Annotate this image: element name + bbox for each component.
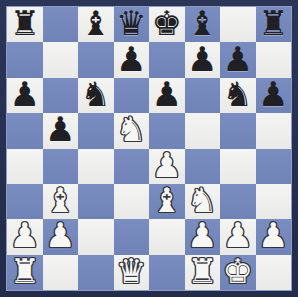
square-h4[interactable] [256,149,292,184]
square-g8[interactable] [220,7,256,42]
square-g6[interactable]: ♞ [220,78,256,113]
square-a1[interactable]: ♜ [7,255,43,290]
white-queen[interactable]: ♛ [116,255,146,289]
square-a3[interactable] [7,184,43,219]
white-pawn[interactable]: ♟ [258,219,288,253]
square-b5[interactable]: ♟ [43,113,79,148]
chess-board-frame: ♜♝♛♚♝♜♟♟♟♟♞♟♞♟♟♞♟♝♝♞♟♟♟♟♟♜♛♜♚ [0,0,298,297]
square-e5[interactable] [149,113,185,148]
black-pawn[interactable]: ♟ [223,42,253,76]
square-c3[interactable] [78,184,114,219]
square-c8[interactable]: ♝ [78,7,114,42]
square-e3[interactable]: ♝ [149,184,185,219]
black-rook[interactable]: ♜ [10,7,40,41]
black-pawn[interactable]: ♟ [258,78,288,112]
square-f3[interactable]: ♞ [185,184,221,219]
black-pawn[interactable]: ♟ [152,78,182,112]
black-king[interactable]: ♚ [152,7,182,41]
black-knight[interactable]: ♞ [223,78,253,112]
white-pawn[interactable]: ♟ [10,219,40,253]
white-pawn[interactable]: ♟ [45,219,75,253]
white-rook[interactable]: ♜ [187,255,217,289]
square-b2[interactable]: ♟ [43,219,79,254]
square-b4[interactable] [43,149,79,184]
black-pawn[interactable]: ♟ [187,42,217,76]
square-c5[interactable] [78,113,114,148]
white-pawn[interactable]: ♟ [223,219,253,253]
square-h3[interactable] [256,184,292,219]
square-f4[interactable] [185,149,221,184]
square-b7[interactable] [43,42,79,77]
square-g1[interactable]: ♚ [220,255,256,290]
square-h1[interactable] [256,255,292,290]
square-f2[interactable]: ♟ [185,219,221,254]
square-e1[interactable] [149,255,185,290]
square-d6[interactable] [114,78,150,113]
black-pawn[interactable]: ♟ [45,113,75,147]
square-d5[interactable]: ♞ [114,113,150,148]
square-e7[interactable] [149,42,185,77]
black-pawn[interactable]: ♟ [116,42,146,76]
black-bishop[interactable]: ♝ [187,7,217,41]
square-a5[interactable] [7,113,43,148]
square-b6[interactable] [43,78,79,113]
square-d7[interactable]: ♟ [114,42,150,77]
white-pawn[interactable]: ♟ [152,149,182,183]
square-c2[interactable] [78,219,114,254]
black-pawn[interactable]: ♟ [10,78,40,112]
black-rook[interactable]: ♜ [258,7,288,41]
square-h2[interactable]: ♟ [256,219,292,254]
square-h5[interactable] [256,113,292,148]
black-bishop[interactable]: ♝ [81,7,111,41]
white-knight[interactable]: ♞ [116,113,146,147]
square-c1[interactable] [78,255,114,290]
square-d4[interactable] [114,149,150,184]
square-b8[interactable] [43,7,79,42]
square-g5[interactable] [220,113,256,148]
square-c7[interactable] [78,42,114,77]
square-f8[interactable]: ♝ [185,7,221,42]
black-knight[interactable]: ♞ [81,78,111,112]
square-h8[interactable]: ♜ [256,7,292,42]
white-rook[interactable]: ♜ [10,255,40,289]
square-c4[interactable] [78,149,114,184]
square-g2[interactable]: ♟ [220,219,256,254]
square-a4[interactable] [7,149,43,184]
square-e6[interactable]: ♟ [149,78,185,113]
black-queen[interactable]: ♛ [116,7,146,41]
white-bishop[interactable]: ♝ [45,184,75,218]
square-g7[interactable]: ♟ [220,42,256,77]
square-f1[interactable]: ♜ [185,255,221,290]
square-d3[interactable] [114,184,150,219]
square-a6[interactable]: ♟ [7,78,43,113]
chess-board: ♜♝♛♚♝♜♟♟♟♟♞♟♞♟♟♞♟♝♝♞♟♟♟♟♟♜♛♜♚ [7,7,291,290]
square-d8[interactable]: ♛ [114,7,150,42]
square-e4[interactable]: ♟ [149,149,185,184]
square-h7[interactable] [256,42,292,77]
square-f6[interactable] [185,78,221,113]
white-king[interactable]: ♚ [223,255,253,289]
white-pawn[interactable]: ♟ [187,219,217,253]
square-a2[interactable]: ♟ [7,219,43,254]
square-d1[interactable]: ♛ [114,255,150,290]
square-b3[interactable]: ♝ [43,184,79,219]
square-d2[interactable] [114,219,150,254]
square-a7[interactable] [7,42,43,77]
white-bishop[interactable]: ♝ [152,184,182,218]
square-g3[interactable] [220,184,256,219]
square-f5[interactable] [185,113,221,148]
square-e8[interactable]: ♚ [149,7,185,42]
square-a8[interactable]: ♜ [7,7,43,42]
white-knight[interactable]: ♞ [187,184,217,218]
square-e2[interactable] [149,219,185,254]
square-h6[interactable]: ♟ [256,78,292,113]
square-b1[interactable] [43,255,79,290]
square-g4[interactable] [220,149,256,184]
square-c6[interactable]: ♞ [78,78,114,113]
square-f7[interactable]: ♟ [185,42,221,77]
